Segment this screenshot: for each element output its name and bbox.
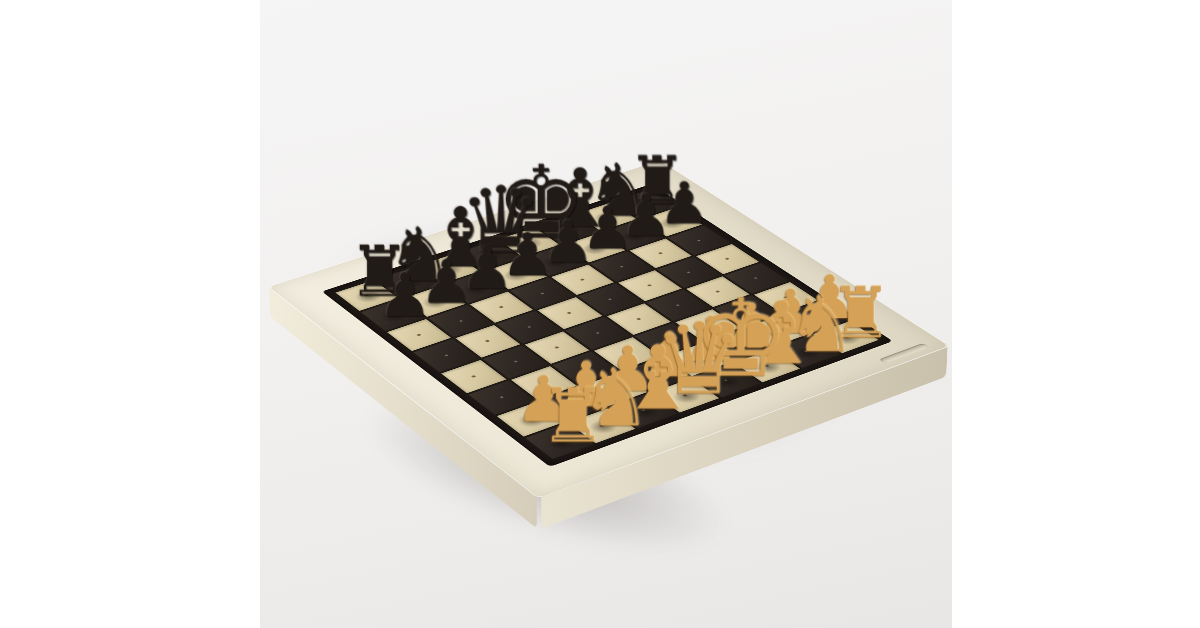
square-center-dot [444, 354, 448, 356]
chess-board-box: ♜♞♝♛♚♝♞♜♟♟♟♟♟♟♟♟♟♟♟♟♟♟♟♟♜♞♝♛♚♝♞♜ [268, 160, 951, 499]
black-pawn-a7: ♟ [378, 267, 432, 324]
scene: ♜♞♝♛♚♝♞♜♟♟♟♟♟♟♟♟♟♟♟♟♟♟♟♟♜♞♝♛♚♝♞♜ [260, 0, 952, 628]
square-center-dot [567, 312, 573, 315]
square-center-dot [608, 298, 612, 300]
white-rook-a1: ♜ [540, 381, 607, 452]
square-center-dot [725, 258, 730, 261]
square-center-dot [687, 271, 691, 273]
photo-canvas: ♜♞♝♛♚♝♞♜♟♟♟♟♟♟♟♟♟♟♟♟♟♟♟♟♜♞♝♛♚♝♞♜ [0, 0, 1200, 628]
square-center-dot [471, 375, 477, 378]
studio-backdrop: ♜♞♝♛♚♝♞♜♟♟♟♟♟♟♟♟♟♟♟♟♟♟♟♟♜♞♝♛♚♝♞♜ [260, 0, 952, 628]
square-center-dot [499, 306, 505, 309]
square-center-dot [527, 326, 531, 328]
square-center-dot [540, 292, 544, 294]
square-center-dot [658, 252, 663, 255]
square-center-dot [459, 320, 463, 322]
square-center-dot [647, 284, 653, 287]
square-center-dot [697, 239, 701, 241]
square-center-dot [635, 318, 641, 321]
square-center-dot [416, 334, 422, 337]
square-center-dot [580, 279, 585, 282]
square-center-dot [620, 266, 624, 268]
square-center-dot [485, 340, 491, 343]
square-center-dot [499, 396, 503, 398]
